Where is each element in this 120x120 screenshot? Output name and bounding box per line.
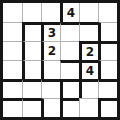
cell-r5c1[interactable] <box>3 79 22 98</box>
cell-r2c5[interactable] <box>79 22 98 41</box>
cell-r5c5[interactable] <box>79 79 98 98</box>
cell-r4c1[interactable] <box>3 60 22 79</box>
cell-r1c6[interactable] <box>98 3 117 22</box>
cell-r5c2[interactable] <box>22 79 41 98</box>
cell-r1c2[interactable] <box>22 3 41 22</box>
cell-r6c3[interactable] <box>41 98 60 117</box>
cell-r5c3[interactable] <box>41 79 60 98</box>
cell-r4c2[interactable] <box>22 60 41 79</box>
cell-r6c5[interactable] <box>79 98 98 117</box>
cell-r3c4[interactable] <box>60 41 79 60</box>
cell-r3c2[interactable] <box>22 41 41 60</box>
cell-r5c6[interactable] <box>98 79 117 98</box>
cell-r2c1[interactable] <box>3 22 22 41</box>
cell-r2c6[interactable] <box>98 22 117 41</box>
cell-r3c1[interactable] <box>3 41 22 60</box>
cell-r5c4[interactable] <box>60 79 79 98</box>
cell-r2c2[interactable] <box>22 22 41 41</box>
cell-r1c3[interactable] <box>41 3 60 22</box>
cell-r1c4-given[interactable]: 4 <box>60 3 79 22</box>
cell-r6c1[interactable] <box>3 98 22 117</box>
cell-r4c5-given[interactable]: 4 <box>79 60 98 79</box>
cell-r3c3-given[interactable]: 2 <box>41 41 60 60</box>
cell-r6c2[interactable] <box>22 98 41 117</box>
cell-r6c6[interactable] <box>98 98 117 117</box>
cell-r1c1[interactable] <box>3 3 22 22</box>
cell-r1c5[interactable] <box>79 3 98 22</box>
puzzle-board: 43224 <box>0 0 120 120</box>
cell-r4c6[interactable] <box>98 60 117 79</box>
cell-r2c3-given[interactable]: 3 <box>41 22 60 41</box>
cell-r6c4[interactable] <box>60 98 79 117</box>
cell-r3c6[interactable] <box>98 41 117 60</box>
cell-r2c4[interactable] <box>60 22 79 41</box>
cell-r3c5-given[interactable]: 2 <box>79 41 98 60</box>
cell-r4c4[interactable] <box>60 60 79 79</box>
cell-r4c3[interactable] <box>41 60 60 79</box>
